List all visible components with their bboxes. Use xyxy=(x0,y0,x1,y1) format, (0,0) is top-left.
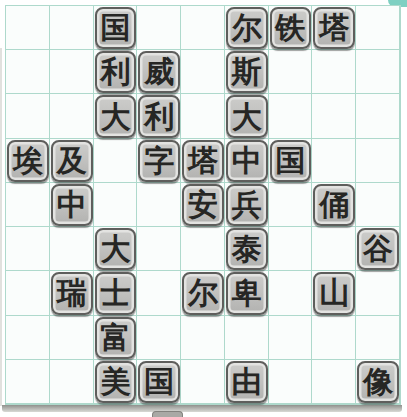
board-cell-r7c7 xyxy=(312,316,356,360)
board-cell-r0c4 xyxy=(181,6,225,50)
board-bottom-edge xyxy=(2,405,402,412)
board-cell-r5c1 xyxy=(50,227,94,271)
bottom-tab xyxy=(152,411,183,417)
board-cell-r4c0 xyxy=(6,183,50,227)
board-cell-r0c3 xyxy=(137,6,181,50)
character-tile-r3c0[interactable]: 埃 xyxy=(7,140,49,182)
character-tile-r1c3[interactable]: 威 xyxy=(138,51,180,93)
board-cell-r1c0 xyxy=(6,50,50,94)
character-tile-r8c5[interactable]: 由 xyxy=(226,361,268,403)
character-tile-r6c7[interactable]: 山 xyxy=(313,272,355,314)
board-cell-r2c0 xyxy=(6,94,50,138)
character-tile-r4c5[interactable]: 兵 xyxy=(226,184,268,226)
character-tile-r3c1[interactable]: 及 xyxy=(51,140,93,182)
character-tile-r5c5[interactable]: 泰 xyxy=(226,228,268,270)
board-cell-r8c4 xyxy=(181,360,225,404)
board-cell-r7c8 xyxy=(356,316,400,360)
board-cell-r6c8 xyxy=(356,271,400,315)
character-tile-r3c4[interactable]: 塔 xyxy=(182,140,224,182)
character-tile-r8c2[interactable]: 美 xyxy=(95,361,137,403)
character-tile-r5c2[interactable]: 大 xyxy=(95,228,137,270)
character-tile-r6c4[interactable]: 尔 xyxy=(182,272,224,314)
board-cell-r2c8 xyxy=(356,94,400,138)
character-tile-r5c8[interactable]: 谷 xyxy=(357,228,399,270)
character-tile-r0c6[interactable]: 铁 xyxy=(270,7,312,49)
board-cell-r7c3 xyxy=(137,316,181,360)
board-cell-r3c2 xyxy=(94,139,138,183)
board-cell-r8c6 xyxy=(269,360,313,404)
board-cell-r5c7 xyxy=(312,227,356,271)
character-tile-r6c1[interactable]: 瑞 xyxy=(51,272,93,314)
puzzle-screen: 国尔铁塔利威斯大利大埃及字塔中国中安兵俑大泰谷瑞士尔卑山富美国由像 xyxy=(0,0,407,417)
character-tile-r3c3[interactable]: 字 xyxy=(138,140,180,182)
board-cell-r7c1 xyxy=(50,316,94,360)
board-cell-r8c1 xyxy=(50,360,94,404)
board-cell-r6c6 xyxy=(269,271,313,315)
board-cell-r4c8 xyxy=(356,183,400,227)
board-cell-r1c1 xyxy=(50,50,94,94)
character-tile-r2c5[interactable]: 大 xyxy=(226,95,268,137)
character-tile-r8c3[interactable]: 国 xyxy=(138,361,180,403)
character-tile-r2c2[interactable]: 大 xyxy=(95,95,137,137)
character-tile-r1c5[interactable]: 斯 xyxy=(226,51,268,93)
character-tile-r0c2[interactable]: 国 xyxy=(95,7,137,49)
character-tile-r3c6[interactable]: 国 xyxy=(270,140,312,182)
board-cell-r7c6 xyxy=(269,316,313,360)
board-cell-r0c1 xyxy=(50,6,94,50)
puzzle-board: 国尔铁塔利威斯大利大埃及字塔中国中安兵俑大泰谷瑞士尔卑山富美国由像 xyxy=(5,5,401,405)
board-cell-r5c4 xyxy=(181,227,225,271)
board-cell-r8c7 xyxy=(312,360,356,404)
board-cell-r6c3 xyxy=(137,271,181,315)
board-cell-r2c1 xyxy=(50,94,94,138)
board-cell-r2c7 xyxy=(312,94,356,138)
board-cell-r7c4 xyxy=(181,316,225,360)
character-tile-r6c5[interactable]: 卑 xyxy=(226,272,268,314)
character-tile-r0c5[interactable]: 尔 xyxy=(226,7,268,49)
board-cell-r4c6 xyxy=(269,183,313,227)
board-cell-r8c0 xyxy=(6,360,50,404)
board-cell-r4c3 xyxy=(137,183,181,227)
board-cell-r7c5 xyxy=(225,316,269,360)
board-cell-r2c6 xyxy=(269,94,313,138)
board-cell-r3c7 xyxy=(312,139,356,183)
board-cell-r3c8 xyxy=(356,139,400,183)
character-tile-r4c7[interactable]: 俑 xyxy=(313,184,355,226)
board-cell-r1c8 xyxy=(356,50,400,94)
character-tile-r6c2[interactable]: 士 xyxy=(95,272,137,314)
board-cell-r4c2 xyxy=(94,183,138,227)
board-cell-r7c0 xyxy=(6,316,50,360)
board-left-shadow xyxy=(0,48,2,406)
character-tile-r7c2[interactable]: 富 xyxy=(95,317,137,359)
character-tile-r8c8[interactable]: 像 xyxy=(357,361,399,403)
character-tile-r2c3[interactable]: 利 xyxy=(138,95,180,137)
board-cell-r0c8 xyxy=(356,6,400,50)
board-cell-r0c0 xyxy=(6,6,50,50)
character-tile-r4c4[interactable]: 安 xyxy=(182,184,224,226)
board-cell-r2c4 xyxy=(181,94,225,138)
board-cell-r5c3 xyxy=(137,227,181,271)
board-cell-r6c0 xyxy=(6,271,50,315)
character-tile-r1c2[interactable]: 利 xyxy=(95,51,137,93)
board-cell-r1c7 xyxy=(312,50,356,94)
board-cell-r5c6 xyxy=(269,227,313,271)
character-tile-r3c5[interactable]: 中 xyxy=(226,140,268,182)
board-cell-r1c6 xyxy=(269,50,313,94)
character-tile-r0c7[interactable]: 塔 xyxy=(313,7,355,49)
board-cell-r5c0 xyxy=(6,227,50,271)
character-tile-r4c1[interactable]: 中 xyxy=(51,184,93,226)
board-cell-r1c4 xyxy=(181,50,225,94)
